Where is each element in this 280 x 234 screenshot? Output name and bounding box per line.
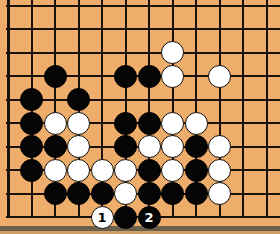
- grid-line-vertical: [242, 0, 244, 218]
- black-stone: [138, 65, 161, 88]
- black-stone: [185, 182, 208, 205]
- white-stone: [67, 159, 90, 182]
- white-stone: [91, 159, 114, 182]
- white-stone: [44, 112, 67, 135]
- black-stone: [44, 135, 67, 158]
- white-stone: [161, 65, 184, 88]
- black-stone: [114, 112, 137, 135]
- white-stone: [161, 159, 184, 182]
- black-stone: [161, 182, 184, 205]
- white-stone: [44, 159, 67, 182]
- white-stone: [161, 41, 184, 64]
- move-1-stone: 1: [91, 206, 114, 229]
- white-stone: [138, 135, 161, 158]
- black-stone: [114, 65, 137, 88]
- board-left-edge-line: [7, 0, 10, 218]
- black-stone: [185, 135, 208, 158]
- move-number-label: 1: [97, 211, 106, 224]
- black-stone: [20, 112, 43, 135]
- white-stone: [208, 65, 231, 88]
- white-stone: [67, 112, 90, 135]
- white-stone: [208, 159, 231, 182]
- white-stone: [161, 135, 184, 158]
- board-bottom-highlight: [0, 231, 280, 234]
- grid-line-horizontal: [6, 52, 280, 54]
- black-stone: [20, 135, 43, 158]
- white-stone: [114, 159, 137, 182]
- black-stone: [138, 112, 161, 135]
- black-stone: [185, 159, 208, 182]
- white-stone: [185, 112, 208, 135]
- white-stone: [114, 182, 137, 205]
- go-board: 12: [0, 0, 280, 234]
- black-stone: [44, 65, 67, 88]
- black-stone: [20, 159, 43, 182]
- black-stone: [138, 159, 161, 182]
- black-stone: [67, 88, 90, 111]
- black-stone: [67, 182, 90, 205]
- grid-line-horizontal: [6, 99, 280, 101]
- grid-line-horizontal: [6, 5, 280, 7]
- white-stone: [161, 112, 184, 135]
- move-number-label: 2: [144, 211, 153, 224]
- white-stone: [67, 135, 90, 158]
- black-stone: [138, 182, 161, 205]
- grid-line-horizontal: [6, 28, 280, 30]
- black-stone: [44, 182, 67, 205]
- black-stone: [91, 182, 114, 205]
- white-stone: [208, 182, 231, 205]
- black-stone: [114, 206, 137, 229]
- move-2-stone: 2: [138, 206, 161, 229]
- grid-line-vertical: [266, 0, 268, 218]
- white-stone: [208, 135, 231, 158]
- black-stone: [114, 135, 137, 158]
- black-stone: [20, 88, 43, 111]
